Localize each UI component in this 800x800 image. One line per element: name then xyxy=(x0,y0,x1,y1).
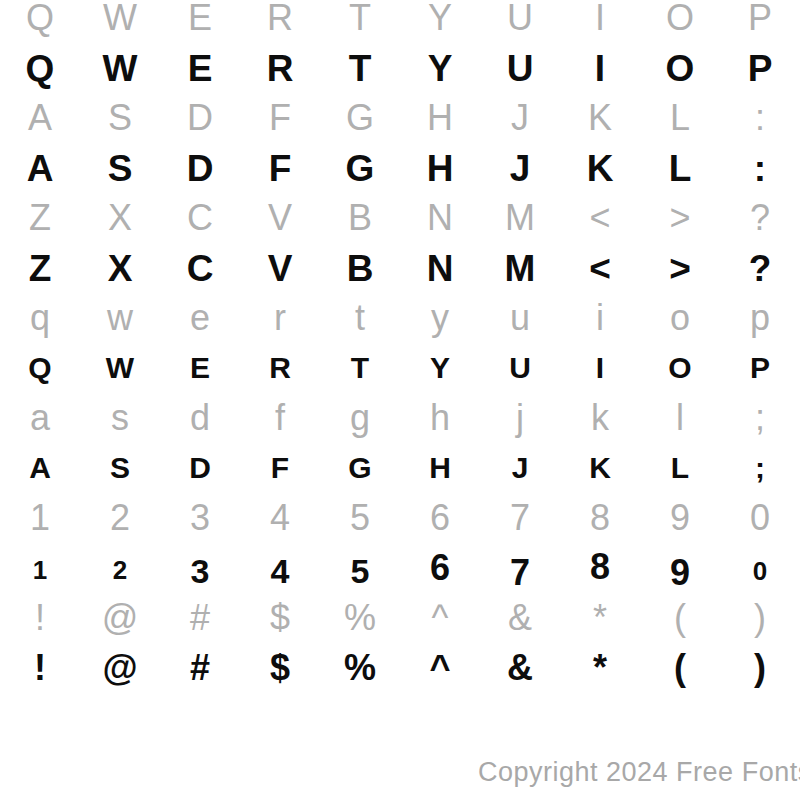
glyph-cell-r13-c2-reference: @ xyxy=(80,593,160,643)
glyph-cell-r13-c3-reference: # xyxy=(160,593,240,643)
glyph-cell-r7-c1-reference: q xyxy=(0,293,80,343)
glyph-cell-r5-c7-reference: M xyxy=(480,193,560,243)
glyph-cell-r1-c7-reference: U xyxy=(480,0,560,43)
glyph-cell-r13-c1-reference: ! xyxy=(0,593,80,643)
glyph-cell-r11-c3-reference: 3 xyxy=(160,493,240,543)
character-grid: QWERTYUIOPQWERTYUIOPASDFGHJKL:ASDFGHJKL:… xyxy=(0,0,800,693)
glyph-cell-r8-c1-specimen: Q xyxy=(0,343,80,393)
glyph-cell-r1-c9-reference: O xyxy=(640,0,720,43)
glyph-cell-r7-c4-reference: r xyxy=(240,293,320,343)
glyph-cell-r8-c6-specimen: Y xyxy=(400,343,480,393)
glyph-cell-r4-c2-specimen: S xyxy=(80,143,160,193)
glyph-cell-r5-c6-reference: N xyxy=(400,193,480,243)
glyph-cell-r3-c2-reference: S xyxy=(80,93,160,143)
glyph-cell-r2-c8-specimen: I xyxy=(560,43,640,93)
glyph-cell-r5-c9-reference: > xyxy=(640,193,720,243)
glyph-cell-r14-c1-specimen: ! xyxy=(0,643,80,693)
glyph-cell-r11-c7-reference: 7 xyxy=(480,493,560,543)
glyph-cell-r9-c8-reference: k xyxy=(560,393,640,443)
glyph-cell-r4-c1-specimen: A xyxy=(0,143,80,193)
glyph-cell-r12-c3-specimen: 3 xyxy=(160,546,240,596)
glyph-cell-r4-c9-specimen: L xyxy=(640,143,720,193)
glyph-cell-r5-c4-reference: V xyxy=(240,193,320,243)
font-specimen-sheet: QWERTYUIOPQWERTYUIOPASDFGHJKL:ASDFGHJKL:… xyxy=(0,0,800,800)
glyph-cell-r7-c3-reference: e xyxy=(160,293,240,343)
glyph-cell-r3-c1-reference: A xyxy=(0,93,80,143)
glyph-cell-r8-c8-specimen: I xyxy=(560,343,640,393)
glyph-cell-r14-c9-specimen: ( xyxy=(640,643,720,693)
glyph-cell-r8-c3-specimen: E xyxy=(160,343,240,393)
glyph-cell-r7-c7-reference: u xyxy=(480,293,560,343)
glyph-cell-r8-c7-specimen: U xyxy=(480,343,560,393)
glyph-cell-r13-c4-reference: $ xyxy=(240,593,320,643)
glyph-cell-r3-c9-reference: L xyxy=(640,93,720,143)
glyph-cell-r4-c5-specimen: G xyxy=(320,143,400,193)
glyph-cell-r12-c2-specimen: 2 xyxy=(80,545,160,595)
glyph-cell-r3-c8-reference: K xyxy=(560,93,640,143)
glyph-cell-r13-c7-reference: & xyxy=(480,593,560,643)
glyph-cell-r7-c2-reference: w xyxy=(80,293,160,343)
glyph-cell-r1-c1-reference: Q xyxy=(0,0,80,43)
glyph-cell-r4-c8-specimen: K xyxy=(560,143,640,193)
glyph-cell-r2-c3-specimen: E xyxy=(160,43,240,93)
glyph-cell-r6-c5-specimen: B xyxy=(320,243,400,293)
glyph-cell-r7-c8-reference: i xyxy=(560,293,640,343)
glyph-cell-r12-c4-specimen: 4 xyxy=(240,546,320,596)
glyph-cell-r9-c2-reference: s xyxy=(80,393,160,443)
glyph-cell-r6-c9-specimen: > xyxy=(640,243,720,293)
glyph-cell-r3-c7-reference: J xyxy=(480,93,560,143)
glyph-cell-r10-c5-specimen: G xyxy=(320,443,400,493)
glyph-cell-r5-c8-reference: < xyxy=(560,193,640,243)
glyph-cell-r11-c8-reference: 8 xyxy=(560,493,640,543)
glyph-cell-r2-c5-specimen: T xyxy=(320,43,400,93)
glyph-cell-r14-c10-specimen: ) xyxy=(720,643,800,693)
glyph-cell-r10-c3-specimen: D xyxy=(160,443,240,493)
glyph-cell-r13-c8-reference: * xyxy=(560,593,640,643)
glyph-cell-r12-c7-specimen: 7 xyxy=(480,548,560,598)
glyph-cell-r14-c2-specimen: @ xyxy=(80,643,160,693)
glyph-cell-r6-c1-specimen: Z xyxy=(0,243,80,293)
glyph-cell-r3-c4-reference: F xyxy=(240,93,320,143)
glyph-cell-r10-c1-specimen: A xyxy=(0,443,80,493)
glyph-cell-r10-c8-specimen: K xyxy=(560,443,640,493)
glyph-cell-r1-c6-reference: Y xyxy=(400,0,480,43)
glyph-cell-r7-c5-reference: t xyxy=(320,293,400,343)
glyph-cell-r13-c9-reference: ( xyxy=(640,593,720,643)
glyph-cell-r1-c5-reference: T xyxy=(320,0,400,43)
glyph-cell-r8-c5-specimen: T xyxy=(320,343,400,393)
glyph-cell-r10-c6-specimen: H xyxy=(400,443,480,493)
glyph-cell-r6-c6-specimen: N xyxy=(400,243,480,293)
glyph-cell-r7-c9-reference: o xyxy=(640,293,720,343)
glyph-cell-r6-c10-specimen: ? xyxy=(720,243,800,293)
glyph-cell-r9-c1-reference: a xyxy=(0,393,80,443)
glyph-cell-r14-c7-specimen: & xyxy=(480,643,560,693)
glyph-cell-r4-c6-specimen: H xyxy=(400,143,480,193)
glyph-cell-r6-c3-specimen: C xyxy=(160,243,240,293)
glyph-cell-r14-c6-specimen: ^ xyxy=(400,643,480,693)
glyph-cell-r2-c2-specimen: W xyxy=(80,43,160,93)
glyph-cell-r8-c10-specimen: P xyxy=(720,343,800,393)
glyph-cell-r1-c3-reference: E xyxy=(160,0,240,43)
glyph-cell-r10-c2-specimen: S xyxy=(80,443,160,493)
glyph-cell-r14-c5-specimen: % xyxy=(320,643,400,693)
glyph-cell-r11-c2-reference: 2 xyxy=(80,493,160,543)
glyph-cell-r11-c4-reference: 4 xyxy=(240,493,320,543)
glyph-cell-r12-c6-specimen: 6 xyxy=(400,543,480,593)
glyph-cell-r6-c4-specimen: V xyxy=(240,243,320,293)
glyph-cell-r2-c9-specimen: O xyxy=(640,43,720,93)
glyph-cell-r9-c9-reference: l xyxy=(640,393,720,443)
glyph-cell-r9-c6-reference: h xyxy=(400,393,480,443)
glyph-cell-r11-c5-reference: 5 xyxy=(320,493,400,543)
glyph-cell-r6-c7-specimen: M xyxy=(480,243,560,293)
glyph-cell-r10-c9-specimen: L xyxy=(640,443,720,493)
glyph-cell-r13-c10-reference: ) xyxy=(720,593,800,643)
glyph-cell-r3-c10-reference: : xyxy=(720,93,800,143)
glyph-cell-r2-c1-specimen: Q xyxy=(0,43,80,93)
glyph-cell-r1-c4-reference: R xyxy=(240,0,320,43)
copyright-text: Copyright 2024 Free Fonts xyxy=(478,757,800,788)
glyph-cell-r4-c7-specimen: J xyxy=(480,143,560,193)
glyph-cell-r2-c10-specimen: P xyxy=(720,43,800,93)
glyph-cell-r6-c8-specimen: < xyxy=(560,243,640,293)
glyph-cell-r5-c3-reference: C xyxy=(160,193,240,243)
glyph-cell-r7-c10-reference: p xyxy=(720,293,800,343)
glyph-cell-r1-c8-reference: I xyxy=(560,0,640,43)
glyph-cell-r4-c4-specimen: F xyxy=(240,143,320,193)
glyph-cell-r4-c10-specimen: : xyxy=(720,143,800,193)
glyph-cell-r9-c10-reference: ; xyxy=(720,393,800,443)
glyph-cell-r4-c3-specimen: D xyxy=(160,143,240,193)
glyph-cell-r2-c6-specimen: Y xyxy=(400,43,480,93)
glyph-cell-r14-c8-specimen: * xyxy=(560,643,640,693)
glyph-cell-r7-c6-reference: y xyxy=(400,293,480,343)
glyph-cell-r8-c2-specimen: W xyxy=(80,343,160,393)
glyph-cell-r11-c10-reference: 0 xyxy=(720,493,800,543)
glyph-cell-r11-c9-reference: 9 xyxy=(640,493,720,543)
glyph-cell-r5-c10-reference: ? xyxy=(720,193,800,243)
glyph-cell-r2-c7-specimen: U xyxy=(480,43,560,93)
glyph-cell-r13-c5-reference: % xyxy=(320,593,400,643)
glyph-cell-r5-c2-reference: X xyxy=(80,193,160,243)
glyph-cell-r3-c3-reference: D xyxy=(160,93,240,143)
glyph-cell-r12-c5-specimen: 5 xyxy=(320,546,400,596)
glyph-cell-r9-c7-reference: j xyxy=(480,393,560,443)
glyph-cell-r8-c4-specimen: R xyxy=(240,343,320,393)
glyph-cell-r10-c4-specimen: F xyxy=(240,443,320,493)
glyph-cell-r10-c10-specimen: ; xyxy=(720,443,800,493)
glyph-cell-r9-c5-reference: g xyxy=(320,393,400,443)
glyph-cell-r13-c6-reference: ^ xyxy=(400,593,480,643)
glyph-cell-r12-c10-specimen: 0 xyxy=(720,546,800,596)
glyph-cell-r9-c4-reference: f xyxy=(240,393,320,443)
glyph-cell-r3-c5-reference: G xyxy=(320,93,400,143)
glyph-cell-r11-c1-reference: 1 xyxy=(0,493,80,543)
glyph-cell-r11-c6-reference: 6 xyxy=(400,493,480,543)
glyph-cell-r8-c9-specimen: O xyxy=(640,343,720,393)
glyph-cell-r14-c3-specimen: # xyxy=(160,643,240,693)
glyph-cell-r12-c9-specimen: 9 xyxy=(640,548,720,598)
glyph-cell-r12-c1-specimen: 1 xyxy=(0,545,80,595)
glyph-cell-r5-c5-reference: B xyxy=(320,193,400,243)
glyph-cell-r3-c6-reference: H xyxy=(400,93,480,143)
glyph-cell-r1-c10-reference: P xyxy=(720,0,800,43)
glyph-cell-r14-c4-specimen: $ xyxy=(240,643,320,693)
glyph-cell-r10-c7-specimen: J xyxy=(480,443,560,493)
glyph-cell-r9-c3-reference: d xyxy=(160,393,240,443)
glyph-cell-r6-c2-specimen: X xyxy=(80,243,160,293)
glyph-cell-r2-c4-specimen: R xyxy=(240,43,320,93)
glyph-cell-r12-c8-specimen: 8 xyxy=(560,542,640,592)
glyph-cell-r1-c2-reference: W xyxy=(80,0,160,43)
glyph-cell-r5-c1-reference: Z xyxy=(0,193,80,243)
